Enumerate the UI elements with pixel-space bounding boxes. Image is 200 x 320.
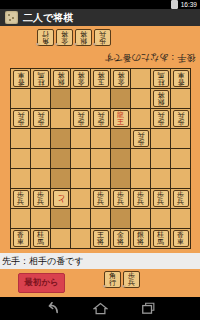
board-square-6b[interactable] [71, 89, 91, 109]
board-square-6d[interactable] [71, 129, 91, 149]
shogi-piece-歩兵[interactable]: 歩兵 [173, 110, 189, 127]
board-square-7e[interactable] [51, 149, 71, 169]
board-square-3h[interactable] [131, 209, 151, 229]
board-square-3d[interactable]: 歩兵 [131, 129, 151, 149]
board-square-1c[interactable]: 歩兵 [171, 109, 191, 129]
board-square-8a[interactable]: 桂馬 [31, 69, 51, 89]
piece-kanji: 将 [80, 31, 87, 38]
board-square-3a[interactable] [131, 69, 151, 89]
shogi-piece-香車[interactable]: 香車 [13, 230, 29, 247]
board-square-9a[interactable]: 香車 [11, 69, 31, 89]
piece-kanji: 行 [42, 31, 49, 38]
board-square-5f[interactable] [91, 169, 111, 189]
shogi-board: 香車桂馬銀将金将玉将金将桂馬香車銀将歩兵歩兵歩兵歩兵龍王歩兵歩兵歩兵歩兵歩兵と歩… [10, 68, 191, 249]
piece-kanji: 馬 [157, 239, 164, 246]
board-square-7i[interactable] [51, 229, 71, 249]
capture-count-mark: × [103, 283, 107, 289]
piece-kanji: 銀 [80, 38, 87, 45]
shogi-piece-香車[interactable]: 香車 [173, 70, 189, 87]
board-square-4i[interactable]: 金将 [111, 229, 131, 249]
board-square-9c[interactable]: 歩兵 [11, 109, 31, 129]
board-square-1f[interactable] [171, 169, 191, 189]
shogi-piece-歩兵[interactable]: 歩兵 [173, 190, 189, 207]
board-square-8e[interactable] [31, 149, 51, 169]
piece-kanji: 歩 [97, 119, 104, 126]
board-square-2h[interactable] [151, 209, 171, 229]
captured-piece-銀将[interactable]: 銀将× [75, 29, 92, 46]
board-square-2e[interactable] [151, 149, 171, 169]
piece-kanji: 歩 [17, 119, 24, 126]
clock-text: 16:39 [181, 0, 197, 9]
shogi-piece-桂馬[interactable]: 桂馬 [153, 70, 169, 87]
app-bar: 二人で将棋 [0, 9, 200, 26]
capture-count-mark: × [122, 283, 126, 289]
shogi-piece-歩兵[interactable]: 歩兵 [33, 110, 49, 127]
board-square-5c[interactable]: 歩兵 [91, 109, 111, 129]
capture-count-mark: × [74, 41, 78, 47]
piece-kanji: 車 [17, 239, 24, 246]
shogi-piece-歩兵[interactable]: 歩兵 [93, 110, 109, 127]
board-square-9e[interactable] [11, 149, 31, 169]
shogi-piece-歩兵[interactable]: 歩兵 [133, 130, 149, 147]
piece-kanji: 将 [137, 239, 144, 246]
board-square-6g[interactable] [71, 189, 91, 209]
board-square-2a[interactable]: 桂馬 [151, 69, 171, 89]
piece-kanji: 将 [117, 239, 124, 246]
board-square-8h[interactable] [31, 209, 51, 229]
shogi-piece-歩兵[interactable]: 歩兵 [73, 110, 89, 127]
board-square-6i[interactable] [71, 229, 91, 249]
board-square-5d[interactable] [91, 129, 111, 149]
piece-kanji: 香 [17, 79, 24, 86]
board-square-7d[interactable] [51, 129, 71, 149]
android-nav-bar [0, 297, 200, 320]
piece-kanji: 兵 [37, 112, 44, 119]
board-square-1a[interactable]: 香車 [171, 69, 191, 89]
board-square-3f[interactable] [131, 169, 151, 189]
home-icon[interactable] [91, 302, 109, 316]
piece-kanji: 兵 [117, 199, 124, 206]
captured-piece-角行[interactable]: 角行× [37, 29, 54, 46]
capture-count-mark: × [36, 41, 40, 47]
board-square-1e[interactable] [171, 149, 191, 169]
board-square-2i[interactable]: 桂馬 [151, 229, 171, 249]
piece-kanji: 玉 [97, 79, 104, 86]
shogi-piece-龍王[interactable]: 龍王 [113, 110, 129, 127]
piece-kanji: 桂 [37, 79, 44, 86]
capture-count-mark: × [93, 41, 97, 47]
board-square-4f[interactable] [111, 169, 131, 189]
piece-kanji: 車 [17, 72, 24, 79]
board-square-4e[interactable] [111, 149, 131, 169]
shogi-piece-香車[interactable]: 香車 [173, 230, 189, 247]
board-square-2d[interactable] [151, 129, 171, 149]
shogi-piece-歩兵[interactable]: 歩兵 [113, 190, 129, 207]
shogi-piece-金将[interactable]: 金将 [113, 230, 129, 247]
board-square-9h[interactable] [11, 209, 31, 229]
board-square-1i[interactable]: 香車 [171, 229, 191, 249]
board-square-6c[interactable]: 歩兵 [71, 109, 91, 129]
piece-kanji: 兵 [177, 199, 184, 206]
shogi-piece-金将[interactable]: 金将 [113, 70, 129, 87]
piece-kanji: 角 [42, 38, 49, 45]
piece-kanji: と [56, 194, 65, 203]
app-screen: 16:39 二人で将棋 角行×金将×銀将×歩兵× 後手：あなたの番です 香車桂馬… [0, 0, 200, 320]
board-square-8c[interactable]: 歩兵 [31, 109, 51, 129]
sente-status-text: 先手：相手の番です [2, 255, 84, 268]
piece-kanji: 銀 [57, 79, 64, 86]
gote-status-text: 後手：あなたの番です [104, 51, 195, 64]
shogi-piece-金将[interactable]: 金将 [73, 70, 89, 87]
piece-kanji: 兵 [97, 112, 104, 119]
board-square-3e[interactable] [131, 149, 151, 169]
board-square-4c[interactable]: 龍王 [111, 109, 131, 129]
piece-kanji: 兵 [137, 132, 144, 139]
board-square-7g[interactable]: と [51, 189, 71, 209]
captured-piece-歩兵[interactable]: 歩兵× [123, 271, 140, 288]
board-square-6h[interactable] [71, 209, 91, 229]
shogi-piece-歩兵[interactable]: 歩兵 [13, 190, 29, 207]
android-status-bar: 16:39 [0, 0, 200, 9]
piece-kanji: 将 [117, 72, 124, 79]
captured-piece-歩兵[interactable]: 歩兵× [94, 29, 111, 46]
piece-kanji: 兵 [137, 199, 144, 206]
captured-piece-角行[interactable]: 角行× [104, 271, 121, 288]
board-square-4d[interactable] [111, 129, 131, 149]
sente-captured-tray: 角行×歩兵× [104, 271, 140, 288]
shogi-piece-銀将[interactable]: 銀将 [153, 90, 169, 107]
board-square-3c[interactable] [131, 109, 151, 129]
shogi-piece-桂馬[interactable]: 桂馬 [33, 230, 49, 247]
piece-kanji: 王 [117, 119, 124, 126]
shogi-piece-香車[interactable]: 香車 [13, 70, 29, 87]
board-square-9i[interactable]: 香車 [11, 229, 31, 249]
piece-kanji: 兵 [77, 112, 84, 119]
piece-kanji: 歩 [137, 139, 144, 146]
restart-button[interactable]: 最初から [18, 273, 65, 293]
piece-kanji: 馬 [37, 239, 44, 246]
board-square-3g[interactable]: 歩兵 [131, 189, 151, 209]
board-square-6e[interactable] [71, 149, 91, 169]
piece-kanji: 歩 [77, 119, 84, 126]
shogi-piece-王将[interactable]: 王将 [93, 230, 109, 247]
shogi-piece-桂馬[interactable]: 桂馬 [153, 230, 169, 247]
board-square-1h[interactable] [171, 209, 191, 229]
board-square-6f[interactable] [71, 169, 91, 189]
board-square-9f[interactable] [11, 169, 31, 189]
piece-kanji: 兵 [17, 199, 24, 206]
board-square-7b[interactable] [51, 89, 71, 109]
piece-kanji: 金 [117, 79, 124, 86]
sente-status-strip: 先手：相手の番です [0, 253, 200, 269]
board-square-5a[interactable]: 玉将 [91, 69, 111, 89]
board-square-3b[interactable] [131, 89, 151, 109]
board-square-2f[interactable] [151, 169, 171, 189]
board-square-9d[interactable] [11, 129, 31, 149]
piece-kanji: 金 [77, 79, 84, 86]
recents-icon[interactable] [139, 302, 157, 316]
capture-count-mark: × [55, 41, 59, 47]
board-square-2c[interactable]: 歩兵 [151, 109, 171, 129]
board-square-2b[interactable]: 銀将 [151, 89, 171, 109]
battery-icon [171, 0, 178, 9]
board-square-7f[interactable] [51, 169, 71, 189]
piece-kanji: 将 [57, 72, 64, 79]
board-square-7c[interactable] [51, 109, 71, 129]
board-square-4h[interactable] [111, 209, 131, 229]
piece-kanji: 行 [109, 280, 116, 287]
board-square-5b[interactable] [91, 89, 111, 109]
shogi-piece-歩兵[interactable]: 歩兵 [93, 190, 109, 207]
board-square-1d[interactable] [171, 129, 191, 149]
shogi-piece-歩兵[interactable]: 歩兵 [33, 190, 49, 207]
piece-kanji: 香 [177, 79, 184, 86]
shogi-piece-歩兵[interactable]: 歩兵 [153, 110, 169, 127]
piece-kanji: 兵 [37, 199, 44, 206]
board-square-9b[interactable] [11, 89, 31, 109]
board-square-7a[interactable]: 銀将 [51, 69, 71, 89]
shogi-piece-銀将[interactable]: 銀将 [53, 70, 69, 87]
captured-piece-金将[interactable]: 金将× [56, 29, 73, 46]
piece-kanji: 歩 [177, 119, 184, 126]
piece-kanji: 金 [61, 38, 68, 45]
back-icon[interactable] [43, 302, 61, 316]
shogi-piece-歩兵[interactable]: 歩兵 [133, 190, 149, 207]
piece-kanji: 歩 [99, 38, 106, 45]
piece-kanji: 兵 [177, 112, 184, 119]
board-square-3i[interactable]: 銀将 [131, 229, 151, 249]
board-square-5h[interactable] [91, 209, 111, 229]
piece-kanji: 歩 [37, 119, 44, 126]
gote-captured-tray: 角行×金将×銀将×歩兵× [37, 29, 111, 46]
shogi-piece-歩兵[interactable]: 歩兵 [153, 190, 169, 207]
piece-kanji: 兵 [17, 112, 24, 119]
piece-kanji: 将 [97, 72, 104, 79]
piece-kanji: 車 [177, 72, 184, 79]
board-square-5i[interactable]: 王将 [91, 229, 111, 249]
board-square-5e[interactable] [91, 149, 111, 169]
piece-kanji: 兵 [128, 280, 135, 287]
piece-kanji: 将 [61, 31, 68, 38]
piece-kanji: 兵 [157, 112, 164, 119]
board-square-8i[interactable]: 桂馬 [31, 229, 51, 249]
piece-kanji: 将 [77, 72, 84, 79]
app-title: 二人で将棋 [23, 11, 73, 25]
piece-kanji: 桂 [157, 79, 164, 86]
shogi-piece-銀将[interactable]: 銀将 [133, 230, 149, 247]
board-square-5g[interactable]: 歩兵 [91, 189, 111, 209]
piece-kanji: 兵 [99, 31, 106, 38]
board-square-1g[interactable]: 歩兵 [171, 189, 191, 209]
board-square-6a[interactable]: 金将 [71, 69, 91, 89]
board-square-4g[interactable]: 歩兵 [111, 189, 131, 209]
board-square-9g[interactable]: 歩兵 [11, 189, 31, 209]
piece-kanji: 馬 [37, 72, 44, 79]
board-square-8b[interactable] [31, 89, 51, 109]
board-square-8g[interactable]: 歩兵 [31, 189, 51, 209]
piece-kanji: 馬 [157, 72, 164, 79]
shogi-piece-玉将[interactable]: 玉将 [93, 70, 109, 87]
piece-kanji: 兵 [97, 199, 104, 206]
bottom-bar: 最初から 角行×歩兵× [0, 269, 200, 297]
shogi-piece-桂馬[interactable]: 桂馬 [33, 70, 49, 87]
app-icon [5, 11, 18, 24]
board-square-2g[interactable]: 歩兵 [151, 189, 171, 209]
piece-kanji: 将 [97, 239, 104, 246]
board-square-1b[interactable] [171, 89, 191, 109]
board-square-7h[interactable] [51, 209, 71, 229]
board-square-4b[interactable] [111, 89, 131, 109]
shogi-piece-と[interactable]: と [53, 190, 69, 207]
board-square-4a[interactable]: 金将 [111, 69, 131, 89]
piece-kanji: 車 [177, 239, 184, 246]
board-square-8f[interactable] [31, 169, 51, 189]
shogi-piece-歩兵[interactable]: 歩兵 [13, 110, 29, 127]
game-area: 角行×金将×銀将×歩兵× 後手：あなたの番です 香車桂馬銀将金将玉将金将桂馬香車… [0, 26, 200, 253]
piece-kanji: 将 [157, 92, 164, 99]
piece-kanji: 歩 [157, 119, 164, 126]
piece-kanji: 銀 [157, 99, 164, 106]
piece-kanji: 兵 [157, 199, 164, 206]
board-square-8d[interactable] [31, 129, 51, 149]
